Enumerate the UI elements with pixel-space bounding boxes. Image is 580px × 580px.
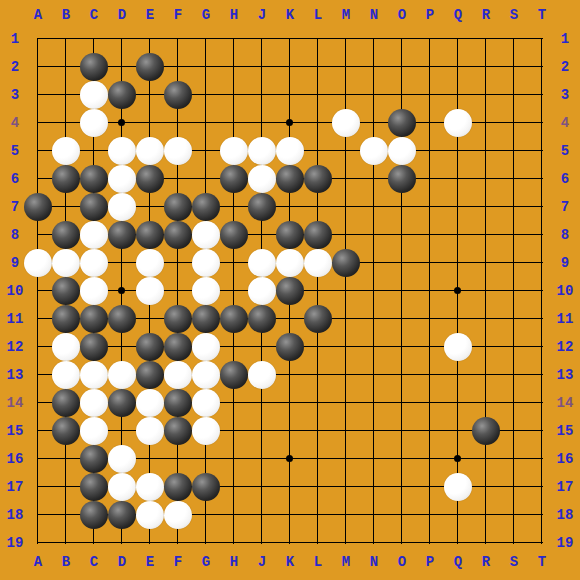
intersection-R5[interactable] xyxy=(472,137,500,165)
intersection-T18[interactable] xyxy=(528,501,556,529)
intersection-T7[interactable] xyxy=(528,193,556,221)
intersection-F11[interactable] xyxy=(164,305,192,333)
intersection-A19[interactable] xyxy=(24,529,52,557)
intersection-L19[interactable] xyxy=(304,529,332,557)
intersection-M1[interactable] xyxy=(332,25,360,53)
intersection-K12[interactable] xyxy=(276,333,304,361)
intersection-J11[interactable] xyxy=(248,305,276,333)
intersection-Q18[interactable] xyxy=(444,501,472,529)
intersection-N1[interactable] xyxy=(360,25,388,53)
intersection-T9[interactable] xyxy=(528,249,556,277)
intersection-A3[interactable] xyxy=(24,81,52,109)
intersection-A4[interactable] xyxy=(24,109,52,137)
intersection-T1[interactable] xyxy=(528,25,556,53)
intersection-K4[interactable] xyxy=(276,109,304,137)
intersection-D10[interactable] xyxy=(108,277,136,305)
intersection-J13[interactable] xyxy=(248,361,276,389)
intersection-E3[interactable] xyxy=(136,81,164,109)
intersection-F13[interactable] xyxy=(164,361,192,389)
intersection-E4[interactable] xyxy=(136,109,164,137)
intersection-F4[interactable] xyxy=(164,109,192,137)
intersection-P12[interactable] xyxy=(416,333,444,361)
intersection-T16[interactable] xyxy=(528,445,556,473)
intersection-H5[interactable] xyxy=(220,137,248,165)
intersection-J4[interactable] xyxy=(248,109,276,137)
intersection-S1[interactable] xyxy=(500,25,528,53)
intersection-O5[interactable] xyxy=(388,137,416,165)
intersection-B9[interactable] xyxy=(52,249,80,277)
intersection-B16[interactable] xyxy=(52,445,80,473)
intersection-P5[interactable] xyxy=(416,137,444,165)
intersection-H10[interactable] xyxy=(220,277,248,305)
intersection-T2[interactable] xyxy=(528,53,556,81)
intersection-Q8[interactable] xyxy=(444,221,472,249)
intersection-G6[interactable] xyxy=(192,165,220,193)
intersection-H13[interactable] xyxy=(220,361,248,389)
intersection-B2[interactable] xyxy=(52,53,80,81)
intersection-E13[interactable] xyxy=(136,361,164,389)
intersection-E1[interactable] xyxy=(136,25,164,53)
intersection-B18[interactable] xyxy=(52,501,80,529)
intersection-K13[interactable] xyxy=(276,361,304,389)
intersection-H7[interactable] xyxy=(220,193,248,221)
intersection-N15[interactable] xyxy=(360,417,388,445)
intersection-J8[interactable] xyxy=(248,221,276,249)
intersection-E9[interactable] xyxy=(136,249,164,277)
intersection-S17[interactable] xyxy=(500,473,528,501)
intersection-Q19[interactable] xyxy=(444,529,472,557)
intersection-E17[interactable] xyxy=(136,473,164,501)
intersection-A5[interactable] xyxy=(24,137,52,165)
intersection-P2[interactable] xyxy=(416,53,444,81)
intersection-O7[interactable] xyxy=(388,193,416,221)
intersection-O11[interactable] xyxy=(388,305,416,333)
intersection-J2[interactable] xyxy=(248,53,276,81)
intersection-E12[interactable] xyxy=(136,333,164,361)
intersection-T8[interactable] xyxy=(528,221,556,249)
intersection-N4[interactable] xyxy=(360,109,388,137)
intersection-M2[interactable] xyxy=(332,53,360,81)
intersection-F17[interactable] xyxy=(164,473,192,501)
intersection-D4[interactable] xyxy=(108,109,136,137)
intersection-B4[interactable] xyxy=(52,109,80,137)
intersection-M6[interactable] xyxy=(332,165,360,193)
intersection-G4[interactable] xyxy=(192,109,220,137)
intersection-E18[interactable] xyxy=(136,501,164,529)
intersection-L14[interactable] xyxy=(304,389,332,417)
intersection-C2[interactable] xyxy=(80,53,108,81)
intersection-P17[interactable] xyxy=(416,473,444,501)
intersection-C19[interactable] xyxy=(80,529,108,557)
intersection-O14[interactable] xyxy=(388,389,416,417)
intersection-A10[interactable] xyxy=(24,277,52,305)
intersection-S15[interactable] xyxy=(500,417,528,445)
intersection-B11[interactable] xyxy=(52,305,80,333)
intersection-S18[interactable] xyxy=(500,501,528,529)
intersection-N9[interactable] xyxy=(360,249,388,277)
intersection-D17[interactable] xyxy=(108,473,136,501)
intersection-P7[interactable] xyxy=(416,193,444,221)
intersection-K16[interactable] xyxy=(276,445,304,473)
intersection-P10[interactable] xyxy=(416,277,444,305)
intersection-H8[interactable] xyxy=(220,221,248,249)
intersection-L17[interactable] xyxy=(304,473,332,501)
intersection-P6[interactable] xyxy=(416,165,444,193)
intersection-A13[interactable] xyxy=(24,361,52,389)
intersection-R10[interactable] xyxy=(472,277,500,305)
intersection-K14[interactable] xyxy=(276,389,304,417)
intersection-M10[interactable] xyxy=(332,277,360,305)
intersection-N6[interactable] xyxy=(360,165,388,193)
intersection-Q15[interactable] xyxy=(444,417,472,445)
intersection-M12[interactable] xyxy=(332,333,360,361)
intersection-G10[interactable] xyxy=(192,277,220,305)
intersection-O18[interactable] xyxy=(388,501,416,529)
intersection-F8[interactable] xyxy=(164,221,192,249)
intersection-L5[interactable] xyxy=(304,137,332,165)
intersection-F9[interactable] xyxy=(164,249,192,277)
intersection-T6[interactable] xyxy=(528,165,556,193)
intersection-O4[interactable] xyxy=(388,109,416,137)
intersection-Q17[interactable] xyxy=(444,473,472,501)
intersection-P13[interactable] xyxy=(416,361,444,389)
intersection-Q13[interactable] xyxy=(444,361,472,389)
intersection-D15[interactable] xyxy=(108,417,136,445)
intersection-Q10[interactable] xyxy=(444,277,472,305)
intersection-C13[interactable] xyxy=(80,361,108,389)
intersection-Q7[interactable] xyxy=(444,193,472,221)
intersection-P1[interactable] xyxy=(416,25,444,53)
intersection-B8[interactable] xyxy=(52,221,80,249)
intersection-H1[interactable] xyxy=(220,25,248,53)
intersection-P19[interactable] xyxy=(416,529,444,557)
intersection-G7[interactable] xyxy=(192,193,220,221)
intersection-H18[interactable] xyxy=(220,501,248,529)
intersection-S11[interactable] xyxy=(500,305,528,333)
intersection-N7[interactable] xyxy=(360,193,388,221)
intersection-R13[interactable] xyxy=(472,361,500,389)
intersection-L9[interactable] xyxy=(304,249,332,277)
intersection-S14[interactable] xyxy=(500,389,528,417)
intersection-T12[interactable] xyxy=(528,333,556,361)
intersection-H15[interactable] xyxy=(220,417,248,445)
intersection-O19[interactable] xyxy=(388,529,416,557)
intersection-C15[interactable] xyxy=(80,417,108,445)
intersection-C18[interactable] xyxy=(80,501,108,529)
intersection-B5[interactable] xyxy=(52,137,80,165)
intersection-S10[interactable] xyxy=(500,277,528,305)
intersection-N13[interactable] xyxy=(360,361,388,389)
intersection-T3[interactable] xyxy=(528,81,556,109)
intersection-K9[interactable] xyxy=(276,249,304,277)
intersection-N18[interactable] xyxy=(360,501,388,529)
intersection-E6[interactable] xyxy=(136,165,164,193)
intersection-Q16[interactable] xyxy=(444,445,472,473)
intersection-A7[interactable] xyxy=(24,193,52,221)
intersection-R17[interactable] xyxy=(472,473,500,501)
intersection-A1[interactable] xyxy=(24,25,52,53)
intersection-C14[interactable] xyxy=(80,389,108,417)
intersection-J16[interactable] xyxy=(248,445,276,473)
intersection-K2[interactable] xyxy=(276,53,304,81)
intersection-H14[interactable] xyxy=(220,389,248,417)
intersection-G13[interactable] xyxy=(192,361,220,389)
intersection-E7[interactable] xyxy=(136,193,164,221)
intersection-E5[interactable] xyxy=(136,137,164,165)
intersection-M14[interactable] xyxy=(332,389,360,417)
intersection-G8[interactable] xyxy=(192,221,220,249)
intersection-R3[interactable] xyxy=(472,81,500,109)
intersection-S6[interactable] xyxy=(500,165,528,193)
intersection-C6[interactable] xyxy=(80,165,108,193)
intersection-P3[interactable] xyxy=(416,81,444,109)
intersection-E10[interactable] xyxy=(136,277,164,305)
intersection-T13[interactable] xyxy=(528,361,556,389)
intersection-J1[interactable] xyxy=(248,25,276,53)
intersection-H9[interactable] xyxy=(220,249,248,277)
intersection-B3[interactable] xyxy=(52,81,80,109)
intersection-O10[interactable] xyxy=(388,277,416,305)
intersection-R2[interactable] xyxy=(472,53,500,81)
intersection-S3[interactable] xyxy=(500,81,528,109)
intersection-G15[interactable] xyxy=(192,417,220,445)
intersection-J5[interactable] xyxy=(248,137,276,165)
intersection-L6[interactable] xyxy=(304,165,332,193)
intersection-F2[interactable] xyxy=(164,53,192,81)
intersection-L10[interactable] xyxy=(304,277,332,305)
intersection-M5[interactable] xyxy=(332,137,360,165)
intersection-Q9[interactable] xyxy=(444,249,472,277)
intersection-S9[interactable] xyxy=(500,249,528,277)
intersection-C11[interactable] xyxy=(80,305,108,333)
intersection-F6[interactable] xyxy=(164,165,192,193)
intersection-D18[interactable] xyxy=(108,501,136,529)
intersection-J15[interactable] xyxy=(248,417,276,445)
intersection-N10[interactable] xyxy=(360,277,388,305)
intersection-K5[interactable] xyxy=(276,137,304,165)
intersection-R19[interactable] xyxy=(472,529,500,557)
intersection-F12[interactable] xyxy=(164,333,192,361)
intersection-B6[interactable] xyxy=(52,165,80,193)
intersection-Q2[interactable] xyxy=(444,53,472,81)
intersection-Q12[interactable] xyxy=(444,333,472,361)
intersection-O9[interactable] xyxy=(388,249,416,277)
intersection-H6[interactable] xyxy=(220,165,248,193)
intersection-N11[interactable] xyxy=(360,305,388,333)
intersection-L4[interactable] xyxy=(304,109,332,137)
intersection-A14[interactable] xyxy=(24,389,52,417)
intersection-Q11[interactable] xyxy=(444,305,472,333)
intersection-J14[interactable] xyxy=(248,389,276,417)
intersection-G18[interactable] xyxy=(192,501,220,529)
intersection-E8[interactable] xyxy=(136,221,164,249)
intersection-T15[interactable] xyxy=(528,417,556,445)
intersection-K18[interactable] xyxy=(276,501,304,529)
intersection-G19[interactable] xyxy=(192,529,220,557)
intersection-B1[interactable] xyxy=(52,25,80,53)
intersection-S8[interactable] xyxy=(500,221,528,249)
intersection-F3[interactable] xyxy=(164,81,192,109)
intersection-J10[interactable] xyxy=(248,277,276,305)
intersection-O8[interactable] xyxy=(388,221,416,249)
intersection-P4[interactable] xyxy=(416,109,444,137)
intersection-O3[interactable] xyxy=(388,81,416,109)
intersection-G14[interactable] xyxy=(192,389,220,417)
intersection-N12[interactable] xyxy=(360,333,388,361)
intersection-J6[interactable] xyxy=(248,165,276,193)
intersection-H12[interactable] xyxy=(220,333,248,361)
intersection-C12[interactable] xyxy=(80,333,108,361)
intersection-J9[interactable] xyxy=(248,249,276,277)
intersection-F10[interactable] xyxy=(164,277,192,305)
intersection-D14[interactable] xyxy=(108,389,136,417)
intersection-H2[interactable] xyxy=(220,53,248,81)
intersection-L16[interactable] xyxy=(304,445,332,473)
intersection-J12[interactable] xyxy=(248,333,276,361)
intersection-R18[interactable] xyxy=(472,501,500,529)
intersection-C7[interactable] xyxy=(80,193,108,221)
intersection-D5[interactable] xyxy=(108,137,136,165)
intersection-L3[interactable] xyxy=(304,81,332,109)
intersection-M7[interactable] xyxy=(332,193,360,221)
intersection-A17[interactable] xyxy=(24,473,52,501)
intersection-D16[interactable] xyxy=(108,445,136,473)
intersection-R11[interactable] xyxy=(472,305,500,333)
intersection-R8[interactable] xyxy=(472,221,500,249)
intersection-O16[interactable] xyxy=(388,445,416,473)
intersection-K8[interactable] xyxy=(276,221,304,249)
intersection-A2[interactable] xyxy=(24,53,52,81)
intersection-C4[interactable] xyxy=(80,109,108,137)
intersection-M4[interactable] xyxy=(332,109,360,137)
intersection-D12[interactable] xyxy=(108,333,136,361)
intersection-N19[interactable] xyxy=(360,529,388,557)
intersection-K7[interactable] xyxy=(276,193,304,221)
intersection-N17[interactable] xyxy=(360,473,388,501)
intersection-A11[interactable] xyxy=(24,305,52,333)
intersection-T14[interactable] xyxy=(528,389,556,417)
intersection-P9[interactable] xyxy=(416,249,444,277)
intersection-O6[interactable] xyxy=(388,165,416,193)
intersection-L7[interactable] xyxy=(304,193,332,221)
intersection-M16[interactable] xyxy=(332,445,360,473)
intersection-J3[interactable] xyxy=(248,81,276,109)
intersection-T17[interactable] xyxy=(528,473,556,501)
intersection-C8[interactable] xyxy=(80,221,108,249)
intersection-H17[interactable] xyxy=(220,473,248,501)
intersection-M9[interactable] xyxy=(332,249,360,277)
intersection-A6[interactable] xyxy=(24,165,52,193)
intersection-T19[interactable] xyxy=(528,529,556,557)
intersection-T10[interactable] xyxy=(528,277,556,305)
intersection-K10[interactable] xyxy=(276,277,304,305)
intersection-E16[interactable] xyxy=(136,445,164,473)
intersection-M18[interactable] xyxy=(332,501,360,529)
intersection-R4[interactable] xyxy=(472,109,500,137)
intersection-N14[interactable] xyxy=(360,389,388,417)
intersection-S7[interactable] xyxy=(500,193,528,221)
intersection-K19[interactable] xyxy=(276,529,304,557)
intersection-G16[interactable] xyxy=(192,445,220,473)
intersection-F19[interactable] xyxy=(164,529,192,557)
intersection-N8[interactable] xyxy=(360,221,388,249)
intersection-P18[interactable] xyxy=(416,501,444,529)
intersection-B17[interactable] xyxy=(52,473,80,501)
intersection-B14[interactable] xyxy=(52,389,80,417)
intersection-C16[interactable] xyxy=(80,445,108,473)
intersection-A15[interactable] xyxy=(24,417,52,445)
intersection-F18[interactable] xyxy=(164,501,192,529)
intersection-H3[interactable] xyxy=(220,81,248,109)
intersection-N16[interactable] xyxy=(360,445,388,473)
intersection-N2[interactable] xyxy=(360,53,388,81)
intersection-G17[interactable] xyxy=(192,473,220,501)
intersection-G3[interactable] xyxy=(192,81,220,109)
intersection-B19[interactable] xyxy=(52,529,80,557)
intersection-K6[interactable] xyxy=(276,165,304,193)
intersection-G11[interactable] xyxy=(192,305,220,333)
intersection-O12[interactable] xyxy=(388,333,416,361)
intersection-R6[interactable] xyxy=(472,165,500,193)
intersection-E19[interactable] xyxy=(136,529,164,557)
intersection-Q14[interactable] xyxy=(444,389,472,417)
intersection-L18[interactable] xyxy=(304,501,332,529)
intersection-J7[interactable] xyxy=(248,193,276,221)
intersection-D6[interactable] xyxy=(108,165,136,193)
intersection-B13[interactable] xyxy=(52,361,80,389)
intersection-A8[interactable] xyxy=(24,221,52,249)
intersection-N5[interactable] xyxy=(360,137,388,165)
intersection-P11[interactable] xyxy=(416,305,444,333)
intersection-M3[interactable] xyxy=(332,81,360,109)
intersection-L13[interactable] xyxy=(304,361,332,389)
intersection-M15[interactable] xyxy=(332,417,360,445)
intersection-D1[interactable] xyxy=(108,25,136,53)
intersection-A18[interactable] xyxy=(24,501,52,529)
intersection-B12[interactable] xyxy=(52,333,80,361)
intersection-O2[interactable] xyxy=(388,53,416,81)
intersection-E11[interactable] xyxy=(136,305,164,333)
intersection-C10[interactable] xyxy=(80,277,108,305)
intersection-S4[interactable] xyxy=(500,109,528,137)
intersection-P8[interactable] xyxy=(416,221,444,249)
intersection-D8[interactable] xyxy=(108,221,136,249)
intersection-C3[interactable] xyxy=(80,81,108,109)
intersection-L8[interactable] xyxy=(304,221,332,249)
intersection-L11[interactable] xyxy=(304,305,332,333)
intersection-R7[interactable] xyxy=(472,193,500,221)
intersection-S12[interactable] xyxy=(500,333,528,361)
intersection-B7[interactable] xyxy=(52,193,80,221)
intersection-B15[interactable] xyxy=(52,417,80,445)
intersection-R9[interactable] xyxy=(472,249,500,277)
intersection-E2[interactable] xyxy=(136,53,164,81)
intersection-G9[interactable] xyxy=(192,249,220,277)
intersection-R15[interactable] xyxy=(472,417,500,445)
intersection-H11[interactable] xyxy=(220,305,248,333)
intersection-K17[interactable] xyxy=(276,473,304,501)
intersection-F1[interactable] xyxy=(164,25,192,53)
intersection-A12[interactable] xyxy=(24,333,52,361)
intersection-G5[interactable] xyxy=(192,137,220,165)
intersection-A9[interactable] xyxy=(24,249,52,277)
intersection-S5[interactable] xyxy=(500,137,528,165)
intersection-S2[interactable] xyxy=(500,53,528,81)
intersection-M11[interactable] xyxy=(332,305,360,333)
intersection-F7[interactable] xyxy=(164,193,192,221)
intersection-P14[interactable] xyxy=(416,389,444,417)
intersection-R12[interactable] xyxy=(472,333,500,361)
